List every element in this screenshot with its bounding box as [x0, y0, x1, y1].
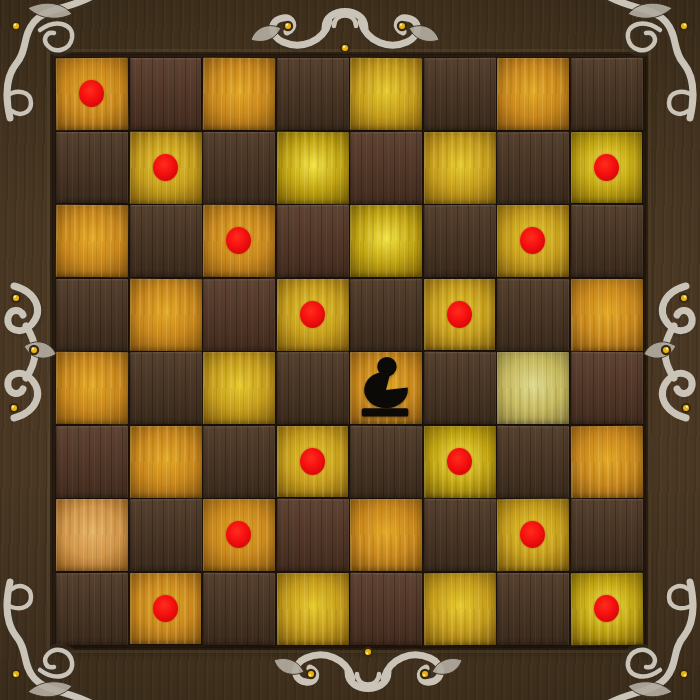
square-d6[interactable]: [276, 205, 348, 277]
square-a6[interactable]: [56, 205, 128, 277]
square-g8[interactable]: [497, 58, 569, 130]
edge-ornament-bottom: [274, 647, 462, 689]
square-e2[interactable]: [350, 499, 422, 571]
move-target-dot[interactable]: [226, 227, 251, 254]
move-target-dot[interactable]: [594, 154, 619, 181]
square-b2[interactable]: [129, 499, 201, 571]
edge-ornament-left: [8, 286, 56, 418]
move-target-dot[interactable]: [300, 448, 325, 475]
square-c3[interactable]: [203, 425, 275, 497]
square-h7[interactable]: [571, 132, 643, 204]
move-target-dot[interactable]: [520, 521, 545, 548]
square-d4[interactable]: [276, 352, 348, 424]
square-g4[interactable]: [497, 352, 569, 424]
square-f4[interactable]: [423, 352, 495, 424]
square-d7[interactable]: [276, 131, 348, 203]
square-g7[interactable]: [497, 131, 569, 203]
chess-board: [52, 54, 646, 648]
square-b5[interactable]: [129, 278, 201, 350]
square-a5[interactable]: [56, 278, 128, 350]
square-h8[interactable]: [570, 58, 642, 130]
move-target-dot[interactable]: [594, 595, 619, 622]
square-a3[interactable]: [56, 425, 128, 497]
square-b1[interactable]: [130, 573, 202, 645]
square-e8[interactable]: [350, 58, 422, 130]
move-target-dot[interactable]: [520, 227, 545, 254]
square-h1[interactable]: [570, 572, 642, 644]
square-c4[interactable]: [203, 352, 275, 424]
square-f3[interactable]: [423, 425, 495, 497]
square-h4[interactable]: [570, 352, 642, 424]
chessboard-photo: [0, 0, 700, 700]
move-target-dot[interactable]: [153, 154, 178, 181]
square-a4[interactable]: [56, 352, 128, 424]
square-a2[interactable]: [56, 499, 128, 571]
square-a1[interactable]: [56, 572, 128, 644]
move-target-dot[interactable]: [153, 595, 178, 622]
square-c8[interactable]: [203, 58, 275, 130]
square-g5[interactable]: [497, 278, 569, 350]
square-g2[interactable]: [497, 499, 569, 571]
move-target-dot[interactable]: [226, 521, 251, 548]
square-b7[interactable]: [129, 131, 201, 203]
square-e1[interactable]: [350, 572, 422, 644]
square-f6[interactable]: [423, 205, 495, 277]
move-target-dot[interactable]: [79, 80, 104, 107]
square-h2[interactable]: [570, 499, 642, 571]
square-d8[interactable]: [276, 58, 348, 130]
square-b3[interactable]: [129, 425, 201, 497]
square-d1[interactable]: [276, 572, 348, 644]
square-h6[interactable]: [570, 205, 642, 277]
square-g1[interactable]: [497, 572, 569, 644]
square-b6[interactable]: [129, 205, 201, 277]
square-c7[interactable]: [203, 131, 275, 203]
square-d5[interactable]: [276, 278, 348, 350]
square-c5[interactable]: [203, 278, 275, 350]
square-d3[interactable]: [277, 426, 349, 498]
square-e3[interactable]: [350, 425, 422, 497]
square-f1[interactable]: [423, 572, 495, 644]
square-f8[interactable]: [423, 58, 495, 130]
square-b8[interactable]: [130, 58, 202, 130]
move-target-dot[interactable]: [447, 301, 472, 328]
square-a7[interactable]: [56, 132, 128, 204]
square-c1[interactable]: [203, 572, 275, 644]
square-g6[interactable]: [497, 205, 569, 277]
square-e5[interactable]: [350, 278, 422, 350]
move-target-dot[interactable]: [447, 448, 472, 475]
square-e4[interactable]: [350, 352, 422, 424]
move-target-dot[interactable]: [300, 301, 325, 328]
square-d2[interactable]: [276, 499, 348, 571]
square-e6[interactable]: [350, 205, 422, 277]
square-f7[interactable]: [423, 131, 495, 203]
square-f2[interactable]: [423, 499, 495, 571]
square-h3[interactable]: [570, 425, 642, 497]
square-f5[interactable]: [424, 279, 496, 351]
square-e7[interactable]: [350, 131, 422, 203]
square-g3[interactable]: [497, 425, 569, 497]
square-a8[interactable]: [56, 58, 128, 130]
square-c6[interactable]: [203, 205, 275, 277]
square-b4[interactable]: [129, 352, 201, 424]
square-c2[interactable]: [203, 499, 275, 571]
square-h5[interactable]: [570, 278, 642, 350]
black-bishop-piece bishop-icon[interactable]: [355, 353, 417, 423]
edge-ornament-top: [251, 12, 439, 54]
edge-ornament-right: [644, 286, 692, 418]
